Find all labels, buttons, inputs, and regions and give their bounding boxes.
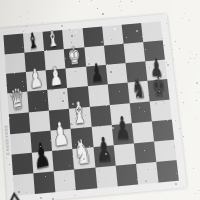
square-c1[interactable] [54, 169, 76, 192]
square-h8[interactable] [141, 21, 163, 42]
square-b2[interactable]: ♟ [32, 151, 54, 174]
chessboard-photo: ♝♝♚♟♟♟♟♛♞♚♝♟♟♟♞♟ CHESSHERE [0, 0, 200, 200]
square-f5[interactable] [107, 83, 129, 105]
piece-white-king-d7[interactable]: ♚ [67, 44, 81, 69]
square-d7[interactable]: ♚ [64, 47, 86, 68]
square-c3[interactable]: ♟ [51, 128, 73, 150]
square-g5[interactable]: ♞ [127, 81, 149, 103]
square-e6[interactable]: ♟ [86, 65, 108, 86]
square-h2[interactable] [154, 139, 177, 161]
square-f7[interactable] [104, 44, 126, 65]
piece-black-pawn-e6[interactable]: ♟ [89, 60, 104, 86]
board-corner-triangle-logo-icon [6, 188, 24, 200]
square-f6[interactable] [106, 63, 128, 84]
square-a3[interactable] [10, 132, 32, 154]
square-b6[interactable]: ♟ [26, 70, 47, 91]
square-g7[interactable] [123, 42, 145, 63]
piece-white-bishop-c8[interactable]: ♝ [46, 28, 59, 51]
square-g3[interactable] [132, 121, 154, 143]
board-grid: ♝♝♚♟♟♟♟♛♞♚♝♟♟♟♞♟ [3, 21, 178, 196]
square-g2[interactable] [134, 141, 157, 163]
square-h5[interactable]: ♚ [147, 79, 169, 101]
square-f1[interactable] [115, 164, 138, 187]
chess-board: ♝♝♚♟♟♟♟♛♞♚♝♟♟♟♞♟ CHESSHERE [0, 14, 187, 200]
square-h1[interactable] [156, 160, 179, 183]
square-f2[interactable] [113, 143, 135, 165]
square-e4[interactable] [89, 105, 111, 127]
square-b4[interactable] [29, 110, 51, 132]
square-a7[interactable] [5, 53, 26, 74]
square-f3[interactable]: ♟ [111, 123, 133, 145]
square-f8[interactable] [102, 25, 124, 46]
square-g8[interactable] [121, 23, 143, 44]
square-a5[interactable]: ♛ [7, 92, 29, 114]
square-a8[interactable] [3, 33, 24, 54]
square-h3[interactable] [152, 119, 174, 141]
piece-black-king-h5[interactable]: ♚ [151, 72, 167, 101]
piece-black-bishop-b8[interactable]: ♝ [26, 30, 40, 54]
board-border: ♝♝♚♟♟♟♟♛♞♚♝♟♟♟♞♟ CHESSHERE [0, 14, 187, 200]
square-e2[interactable]: ♟ [93, 145, 115, 167]
square-d2[interactable]: ♞ [73, 147, 95, 169]
piece-black-pawn-e2[interactable]: ♟ [94, 133, 114, 168]
square-c8[interactable]: ♝ [43, 30, 64, 51]
square-d4[interactable]: ♝ [69, 106, 91, 128]
square-g1[interactable] [136, 162, 159, 185]
square-d6[interactable] [66, 67, 88, 88]
square-b8[interactable]: ♝ [23, 32, 44, 53]
triangle-inner [11, 196, 18, 200]
piece-black-pawn-f3[interactable]: ♟ [113, 113, 131, 145]
piece-black-knight-g5[interactable]: ♞ [131, 74, 147, 102]
square-a2[interactable] [12, 152, 34, 175]
square-e8[interactable] [82, 27, 104, 48]
square-e5[interactable] [87, 85, 109, 107]
square-c6[interactable]: ♟ [46, 69, 68, 90]
